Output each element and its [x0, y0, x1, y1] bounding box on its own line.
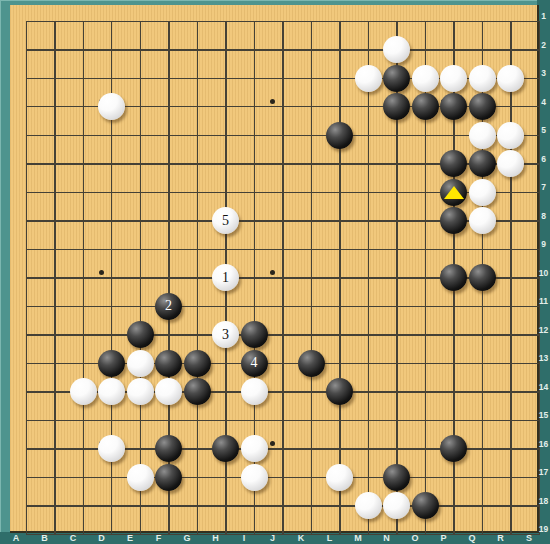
board-intersection[interactable]	[97, 121, 126, 150]
board-intersection[interactable]	[268, 35, 297, 64]
board-intersection[interactable]	[325, 35, 354, 64]
board-intersection[interactable]	[439, 178, 468, 207]
board-intersection[interactable]	[69, 349, 98, 378]
board-intersection[interactable]	[354, 263, 383, 292]
board-intersection[interactable]	[354, 92, 383, 121]
board-intersection[interactable]	[211, 178, 240, 207]
board-intersection[interactable]	[12, 349, 41, 378]
board-intersection[interactable]	[240, 491, 269, 520]
board-intersection[interactable]	[325, 263, 354, 292]
board-intersection[interactable]	[40, 434, 69, 463]
board-intersection[interactable]	[97, 349, 126, 378]
board-intersection[interactable]	[382, 235, 411, 264]
board-intersection[interactable]	[325, 206, 354, 235]
board-intersection[interactable]	[325, 7, 354, 36]
board-intersection[interactable]	[268, 292, 297, 321]
board-intersection[interactable]	[496, 178, 525, 207]
board-intersection[interactable]	[496, 463, 525, 492]
board-intersection[interactable]	[40, 491, 69, 520]
board-intersection[interactable]	[439, 320, 468, 349]
board-intersection[interactable]	[97, 463, 126, 492]
board-intersection[interactable]	[354, 491, 383, 520]
board-intersection[interactable]	[439, 7, 468, 36]
board-intersection[interactable]	[240, 178, 269, 207]
board-intersection[interactable]	[126, 121, 155, 150]
board-intersection[interactable]	[211, 35, 240, 64]
board-intersection[interactable]	[382, 349, 411, 378]
board-intersection[interactable]	[439, 406, 468, 435]
board-intersection[interactable]	[297, 320, 326, 349]
board-intersection[interactable]	[439, 206, 468, 235]
board-intersection[interactable]	[69, 121, 98, 150]
board-intersection[interactable]	[354, 463, 383, 492]
board-intersection[interactable]	[468, 349, 497, 378]
board-intersection[interactable]	[211, 7, 240, 36]
board-intersection[interactable]	[126, 263, 155, 292]
board-intersection[interactable]	[40, 64, 69, 93]
board-intersection[interactable]	[12, 263, 41, 292]
board-intersection[interactable]	[496, 491, 525, 520]
board-intersection[interactable]	[126, 292, 155, 321]
board-intersection[interactable]	[183, 7, 212, 36]
board-intersection[interactable]	[354, 377, 383, 406]
board-intersection[interactable]	[97, 92, 126, 121]
board-intersection[interactable]	[268, 235, 297, 264]
board-intersection[interactable]	[211, 121, 240, 150]
board-intersection[interactable]	[496, 377, 525, 406]
board-intersection[interactable]	[468, 206, 497, 235]
board-intersection[interactable]	[468, 7, 497, 36]
board-intersection[interactable]	[69, 292, 98, 321]
board-intersection[interactable]	[268, 491, 297, 520]
board-intersection[interactable]	[12, 7, 41, 36]
board-intersection[interactable]	[240, 121, 269, 150]
board-intersection[interactable]	[325, 64, 354, 93]
board-intersection[interactable]	[126, 178, 155, 207]
board-intersection[interactable]	[240, 377, 269, 406]
board-intersection[interactable]	[154, 35, 183, 64]
board-intersection[interactable]	[240, 463, 269, 492]
board-intersection[interactable]	[496, 235, 525, 264]
board-intersection[interactable]	[354, 149, 383, 178]
board-intersection[interactable]	[411, 434, 440, 463]
board-intersection[interactable]	[69, 377, 98, 406]
board-intersection[interactable]	[439, 463, 468, 492]
board-intersection[interactable]	[240, 263, 269, 292]
board-intersection[interactable]	[211, 349, 240, 378]
board-intersection[interactable]	[240, 92, 269, 121]
board-intersection[interactable]	[496, 206, 525, 235]
board-intersection[interactable]	[40, 35, 69, 64]
board-intersection[interactable]	[268, 121, 297, 150]
board-intersection[interactable]	[69, 320, 98, 349]
board-intersection[interactable]: 3	[211, 320, 240, 349]
board-intersection[interactable]	[183, 263, 212, 292]
board-intersection[interactable]	[69, 263, 98, 292]
board-intersection[interactable]	[411, 377, 440, 406]
board-intersection[interactable]	[411, 206, 440, 235]
board-intersection[interactable]	[183, 64, 212, 93]
board-intersection[interactable]	[325, 377, 354, 406]
board-intersection[interactable]	[126, 7, 155, 36]
board-intersection[interactable]	[268, 377, 297, 406]
board-intersection[interactable]	[468, 463, 497, 492]
board-intersection[interactable]	[12, 178, 41, 207]
board-intersection[interactable]	[325, 292, 354, 321]
board-intersection[interactable]	[97, 235, 126, 264]
board-intersection[interactable]	[325, 121, 354, 150]
board-intersection[interactable]	[154, 463, 183, 492]
board-intersection[interactable]	[126, 463, 155, 492]
board-intersection[interactable]	[12, 92, 41, 121]
board-intersection[interactable]	[154, 349, 183, 378]
board-intersection[interactable]	[69, 149, 98, 178]
board-intersection[interactable]	[468, 320, 497, 349]
board-intersection[interactable]	[439, 64, 468, 93]
board-intersection[interactable]	[126, 320, 155, 349]
board-intersection[interactable]	[496, 64, 525, 93]
board-intersection[interactable]	[354, 434, 383, 463]
board-intersection[interactable]	[468, 235, 497, 264]
board-intersection[interactable]	[439, 491, 468, 520]
board-intersection[interactable]	[211, 92, 240, 121]
board-intersection[interactable]	[382, 92, 411, 121]
board-intersection[interactable]	[69, 206, 98, 235]
board-intersection[interactable]	[382, 320, 411, 349]
board-intersection[interactable]	[97, 406, 126, 435]
board-intersection[interactable]	[354, 206, 383, 235]
board-intersection[interactable]	[439, 121, 468, 150]
board-intersection[interactable]	[382, 206, 411, 235]
board-intersection[interactable]	[297, 292, 326, 321]
board-intersection[interactable]	[240, 406, 269, 435]
board-intersection[interactable]	[297, 121, 326, 150]
board-intersection[interactable]	[297, 406, 326, 435]
board-intersection[interactable]	[40, 235, 69, 264]
board-intersection[interactable]	[154, 235, 183, 264]
board-intersection[interactable]	[268, 64, 297, 93]
board-intersection[interactable]	[411, 263, 440, 292]
board-intersection[interactable]	[468, 406, 497, 435]
board-intersection[interactable]	[126, 149, 155, 178]
board-intersection[interactable]	[69, 491, 98, 520]
board-intersection[interactable]	[12, 434, 41, 463]
board-intersection[interactable]	[297, 64, 326, 93]
board-intersection[interactable]	[411, 178, 440, 207]
board-intersection[interactable]	[496, 406, 525, 435]
board-intersection[interactable]	[268, 263, 297, 292]
board-intersection[interactable]	[496, 349, 525, 378]
board-intersection[interactable]	[411, 491, 440, 520]
board-intersection[interactable]	[382, 149, 411, 178]
board-intersection[interactable]	[69, 92, 98, 121]
board-intersection[interactable]	[126, 491, 155, 520]
board-intersection[interactable]	[12, 206, 41, 235]
board-intersection[interactable]	[154, 377, 183, 406]
board-intersection[interactable]	[69, 7, 98, 36]
board-intersection[interactable]	[496, 35, 525, 64]
board-intersection[interactable]	[325, 149, 354, 178]
board-intersection[interactable]	[354, 7, 383, 36]
board-intersection[interactable]	[439, 434, 468, 463]
board-intersection[interactable]	[40, 377, 69, 406]
board-intersection[interactable]	[411, 463, 440, 492]
board-intersection[interactable]	[69, 35, 98, 64]
board-intersection[interactable]	[496, 434, 525, 463]
board-intersection[interactable]	[40, 349, 69, 378]
board-intersection[interactable]	[97, 292, 126, 321]
board-intersection[interactable]	[240, 206, 269, 235]
board-intersection[interactable]	[354, 178, 383, 207]
board-intersection[interactable]	[325, 320, 354, 349]
board-intersection[interactable]	[354, 292, 383, 321]
board-intersection[interactable]	[325, 235, 354, 264]
board-intersection[interactable]	[211, 434, 240, 463]
board-intersection[interactable]	[183, 292, 212, 321]
board-intersection[interactable]	[12, 406, 41, 435]
board-intersection[interactable]	[240, 320, 269, 349]
board-intersection[interactable]	[211, 377, 240, 406]
board-intersection[interactable]	[211, 64, 240, 93]
board-intersection[interactable]	[411, 149, 440, 178]
board-intersection[interactable]	[297, 434, 326, 463]
board-intersection[interactable]	[183, 377, 212, 406]
board-intersection[interactable]	[468, 35, 497, 64]
board-intersection[interactable]	[382, 463, 411, 492]
board-intersection[interactable]	[297, 463, 326, 492]
board-intersection[interactable]	[496, 92, 525, 121]
board-intersection[interactable]	[154, 178, 183, 207]
board-intersection[interactable]	[12, 121, 41, 150]
board-intersection[interactable]	[297, 92, 326, 121]
board-intersection[interactable]	[12, 35, 41, 64]
board-intersection[interactable]	[439, 235, 468, 264]
board-intersection[interactable]	[126, 349, 155, 378]
board-intersection[interactable]	[411, 235, 440, 264]
board-intersection[interactable]	[183, 121, 212, 150]
board-intersection[interactable]	[382, 377, 411, 406]
board-intersection[interactable]	[411, 320, 440, 349]
board-intersection[interactable]	[40, 463, 69, 492]
board-intersection[interactable]	[297, 263, 326, 292]
board-intersection[interactable]	[183, 434, 212, 463]
board-intersection[interactable]	[439, 149, 468, 178]
board-intersection[interactable]: 1	[211, 263, 240, 292]
board-intersection[interactable]	[211, 406, 240, 435]
board-intersection[interactable]	[12, 64, 41, 93]
board-intersection[interactable]	[211, 463, 240, 492]
board-intersection[interactable]	[268, 206, 297, 235]
board-intersection[interactable]	[496, 121, 525, 150]
board-intersection[interactable]	[126, 406, 155, 435]
board-intersection[interactable]: 5	[211, 206, 240, 235]
board-intersection[interactable]	[40, 263, 69, 292]
board-intersection[interactable]	[411, 406, 440, 435]
board-intersection[interactable]	[183, 206, 212, 235]
board-intersection[interactable]	[12, 292, 41, 321]
board-intersection[interactable]	[12, 149, 41, 178]
board-intersection[interactable]	[439, 377, 468, 406]
board-intersection[interactable]	[154, 406, 183, 435]
board-intersection[interactable]	[325, 491, 354, 520]
board-intersection[interactable]	[411, 121, 440, 150]
board-intersection[interactable]	[297, 7, 326, 36]
board-intersection[interactable]	[240, 64, 269, 93]
board-intersection[interactable]	[97, 377, 126, 406]
board-intersection[interactable]	[354, 64, 383, 93]
board-intersection[interactable]	[154, 263, 183, 292]
board-intersection[interactable]	[183, 463, 212, 492]
board-intersection[interactable]	[468, 377, 497, 406]
board-intersection[interactable]	[211, 149, 240, 178]
board-intersection[interactable]	[154, 434, 183, 463]
board-intersection[interactable]	[183, 406, 212, 435]
board-intersection[interactable]	[154, 7, 183, 36]
board-intersection[interactable]	[154, 121, 183, 150]
board-intersection[interactable]	[325, 463, 354, 492]
board-intersection[interactable]	[325, 349, 354, 378]
board-intersection[interactable]	[411, 64, 440, 93]
board-intersection[interactable]	[354, 320, 383, 349]
board-intersection[interactable]	[69, 178, 98, 207]
board-intersection[interactable]	[297, 491, 326, 520]
board-intersection[interactable]	[97, 64, 126, 93]
board-intersection[interactable]	[154, 92, 183, 121]
board-intersection[interactable]	[354, 235, 383, 264]
board-intersection[interactable]	[97, 7, 126, 36]
board-intersection[interactable]	[382, 292, 411, 321]
board-intersection[interactable]	[382, 491, 411, 520]
board-intersection[interactable]	[40, 7, 69, 36]
board-intersection[interactable]	[240, 149, 269, 178]
board-intersection[interactable]	[183, 178, 212, 207]
board-intersection[interactable]	[439, 263, 468, 292]
board-intersection[interactable]	[12, 235, 41, 264]
board-intersection[interactable]	[97, 263, 126, 292]
board-intersection[interactable]	[126, 35, 155, 64]
board-intersection[interactable]	[268, 406, 297, 435]
board-intersection[interactable]	[154, 491, 183, 520]
board-intersection[interactable]	[40, 406, 69, 435]
board-intersection[interactable]	[240, 7, 269, 36]
board-intersection[interactable]: 4	[240, 349, 269, 378]
board-intersection[interactable]	[496, 149, 525, 178]
board-intersection[interactable]	[126, 64, 155, 93]
board-intersection[interactable]	[211, 292, 240, 321]
board-intersection[interactable]	[40, 121, 69, 150]
board-intersection[interactable]	[12, 377, 41, 406]
board-intersection[interactable]	[411, 292, 440, 321]
board-intersection[interactable]	[297, 178, 326, 207]
board-intersection[interactable]	[468, 491, 497, 520]
board-intersection[interactable]	[40, 206, 69, 235]
board-intersection[interactable]	[468, 434, 497, 463]
board-intersection[interactable]	[126, 206, 155, 235]
board-intersection[interactable]	[97, 206, 126, 235]
board-intersection[interactable]	[40, 178, 69, 207]
board-intersection[interactable]	[297, 349, 326, 378]
board-intersection[interactable]	[40, 320, 69, 349]
board-intersection[interactable]	[183, 92, 212, 121]
board-intersection[interactable]	[325, 434, 354, 463]
board-intersection[interactable]	[382, 434, 411, 463]
board-intersection[interactable]	[40, 149, 69, 178]
board-intersection[interactable]	[268, 92, 297, 121]
board-intersection[interactable]	[382, 64, 411, 93]
board-intersection[interactable]	[382, 406, 411, 435]
board-intersection[interactable]	[268, 463, 297, 492]
board-intersection[interactable]	[354, 121, 383, 150]
board-intersection[interactable]	[126, 377, 155, 406]
board-intersection[interactable]	[154, 149, 183, 178]
board-intersection[interactable]	[468, 149, 497, 178]
board-intersection[interactable]	[382, 7, 411, 36]
board-intersection[interactable]	[69, 235, 98, 264]
board-intersection[interactable]	[40, 92, 69, 121]
board-intersection[interactable]	[411, 92, 440, 121]
board-intersection[interactable]	[325, 178, 354, 207]
board-intersection[interactable]	[126, 235, 155, 264]
board-intersection[interactable]	[69, 406, 98, 435]
board-intersection[interactable]	[496, 320, 525, 349]
board-intersection[interactable]	[126, 434, 155, 463]
board-intersection[interactable]	[496, 292, 525, 321]
board-intersection[interactable]	[411, 7, 440, 36]
board-intersection[interactable]	[211, 491, 240, 520]
board-intersection[interactable]	[240, 235, 269, 264]
board-intersection[interactable]	[40, 292, 69, 321]
board-intersection[interactable]	[97, 434, 126, 463]
board-intersection[interactable]	[268, 349, 297, 378]
board-intersection[interactable]	[439, 349, 468, 378]
board-intersection[interactable]	[325, 406, 354, 435]
board-intersection[interactable]	[97, 178, 126, 207]
board-intersection[interactable]	[382, 121, 411, 150]
board-intersection[interactable]	[297, 149, 326, 178]
board-intersection[interactable]	[12, 491, 41, 520]
board-intersection[interactable]	[382, 178, 411, 207]
board-intersection[interactable]	[468, 263, 497, 292]
board-intersection[interactable]	[468, 178, 497, 207]
board-intersection[interactable]	[126, 92, 155, 121]
board-intersection[interactable]	[97, 491, 126, 520]
board-intersection[interactable]	[439, 292, 468, 321]
board-intersection[interactable]	[12, 320, 41, 349]
board-intersection[interactable]	[268, 149, 297, 178]
board-intersection[interactable]	[468, 121, 497, 150]
board-intersection[interactable]	[97, 149, 126, 178]
board-intersection[interactable]	[97, 35, 126, 64]
board-intersection[interactable]	[183, 235, 212, 264]
board-intersection[interactable]	[183, 349, 212, 378]
board-intersection[interactable]	[354, 406, 383, 435]
board-intersection[interactable]	[268, 320, 297, 349]
board-intersection[interactable]	[183, 149, 212, 178]
board-intersection[interactable]	[439, 92, 468, 121]
board-intersection[interactable]	[154, 64, 183, 93]
board-intersection[interactable]	[69, 463, 98, 492]
board-intersection[interactable]	[439, 35, 468, 64]
board-intersection[interactable]	[211, 235, 240, 264]
board-intersection[interactable]	[297, 206, 326, 235]
board-intersection[interactable]	[496, 7, 525, 36]
board-intersection[interactable]	[240, 35, 269, 64]
board-intersection[interactable]: 2	[154, 292, 183, 321]
board-intersection[interactable]	[183, 491, 212, 520]
board-intersection[interactable]	[69, 434, 98, 463]
board-intersection[interactable]	[183, 35, 212, 64]
board-intersection[interactable]	[268, 434, 297, 463]
